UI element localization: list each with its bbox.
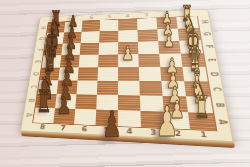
piece-black-pawn[interactable]: ♟	[57, 95, 72, 119]
pieces-layer: ♜♟♟♜♞♟♟♞♝♟♟♝♚♟♟♚♛♟♟♛♝♟♟♝♞♟♟♞♜♟♟♜♟♟	[0, 0, 250, 167]
piece-black-rook[interactable]: ♜	[36, 87, 52, 118]
offboard-piece-white-pawn[interactable]: ♟	[156, 101, 179, 143]
photo-chess-scene: 87654321 87654321 HGFEDCBA HGFEDCBA ♜♟♟♜…	[0, 0, 250, 167]
piece-white-rook[interactable]: ♜	[194, 93, 210, 124]
piece-white-pawn[interactable]: ♟	[163, 32, 175, 51]
piece-white-pawn[interactable]: ♟	[122, 44, 134, 64]
offboard-piece-black-pawn[interactable]: ♟	[102, 107, 122, 143]
